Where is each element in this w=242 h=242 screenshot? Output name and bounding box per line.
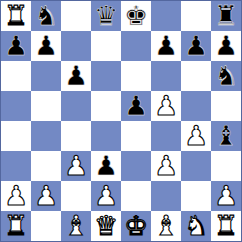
square-c4[interactable]: [61, 121, 91, 151]
square-b1[interactable]: [31, 211, 61, 241]
black-pawn-piece[interactable]: ♟: [34, 32, 58, 59]
square-a8[interactable]: ♜: [1, 1, 31, 31]
square-h7[interactable]: ♟: [211, 31, 241, 61]
square-e3[interactable]: [121, 151, 151, 181]
square-h4[interactable]: ♝: [211, 121, 241, 151]
square-a4[interactable]: [1, 121, 31, 151]
black-pawn-piece[interactable]: ♟: [154, 32, 178, 59]
square-d7[interactable]: [91, 31, 121, 61]
square-h3[interactable]: [211, 151, 241, 181]
square-f3[interactable]: ♟: [151, 151, 181, 181]
black-pawn-piece[interactable]: ♟: [214, 32, 238, 59]
black-bishop-piece[interactable]: ♝: [214, 122, 238, 149]
black-knight-piece[interactable]: ♞: [34, 2, 58, 29]
square-f5[interactable]: ♟: [151, 91, 181, 121]
square-g7[interactable]: ♟: [181, 31, 211, 61]
square-d4[interactable]: [91, 121, 121, 151]
square-b4[interactable]: [31, 121, 61, 151]
square-a1[interactable]: ♜: [1, 211, 31, 241]
white-pawn-piece[interactable]: ♟: [94, 182, 118, 209]
square-b6[interactable]: [31, 61, 61, 91]
square-d6[interactable]: [91, 61, 121, 91]
white-king-piece[interactable]: ♚: [124, 212, 148, 239]
white-rook-piece[interactable]: ♜: [4, 2, 28, 29]
square-d2[interactable]: ♟: [91, 181, 121, 211]
black-pawn-piece[interactable]: ♟: [94, 152, 118, 179]
square-c8[interactable]: [61, 1, 91, 31]
white-pawn-piece[interactable]: ♟: [64, 152, 88, 179]
black-knight-piece[interactable]: ♞: [214, 62, 238, 89]
square-c1[interactable]: ♝: [61, 211, 91, 241]
square-e4[interactable]: [121, 121, 151, 151]
white-knight-piece[interactable]: ♞: [184, 212, 208, 239]
square-a5[interactable]: [1, 91, 31, 121]
square-c6[interactable]: ♟: [61, 61, 91, 91]
white-bishop-piece[interactable]: ♝: [64, 212, 88, 239]
white-pawn-piece[interactable]: ♟: [154, 152, 178, 179]
square-d3[interactable]: ♟: [91, 151, 121, 181]
chess-board: ♜♞♛♚♜♟♟♟♟♟♟♞♟♟♟♝♟♟♟♟♟♟♟♜♝♛♚♝♞♜: [0, 0, 242, 242]
white-rook-piece[interactable]: ♜: [4, 212, 28, 239]
square-a7[interactable]: ♟: [1, 31, 31, 61]
white-pawn-piece[interactable]: ♟: [154, 92, 178, 119]
black-pawn-piece[interactable]: ♟: [184, 32, 208, 59]
square-f2[interactable]: [151, 181, 181, 211]
square-h8[interactable]: ♜: [211, 1, 241, 31]
black-king-piece[interactable]: ♚: [124, 2, 148, 29]
square-g6[interactable]: [181, 61, 211, 91]
square-h5[interactable]: [211, 91, 241, 121]
square-g4[interactable]: ♟: [181, 121, 211, 151]
square-a2[interactable]: ♟: [1, 181, 31, 211]
white-pawn-piece[interactable]: ♟: [34, 182, 58, 209]
square-g3[interactable]: [181, 151, 211, 181]
square-f7[interactable]: ♟: [151, 31, 181, 61]
square-b5[interactable]: [31, 91, 61, 121]
black-queen-piece[interactable]: ♛: [94, 2, 118, 29]
square-e5[interactable]: ♟: [121, 91, 151, 121]
square-g5[interactable]: [181, 91, 211, 121]
white-rook-piece[interactable]: ♜: [214, 212, 238, 239]
square-h1[interactable]: ♜: [211, 211, 241, 241]
square-b7[interactable]: ♟: [31, 31, 61, 61]
black-rook-piece[interactable]: ♜: [214, 2, 238, 29]
square-e2[interactable]: [121, 181, 151, 211]
black-pawn-piece[interactable]: ♟: [4, 32, 28, 59]
square-c5[interactable]: [61, 91, 91, 121]
square-e1[interactable]: ♚: [121, 211, 151, 241]
square-f6[interactable]: [151, 61, 181, 91]
square-d8[interactable]: ♛: [91, 1, 121, 31]
square-h2[interactable]: ♟: [211, 181, 241, 211]
square-c2[interactable]: [61, 181, 91, 211]
square-f1[interactable]: ♝: [151, 211, 181, 241]
black-pawn-piece[interactable]: ♟: [64, 62, 88, 89]
black-pawn-piece[interactable]: ♟: [124, 92, 148, 119]
square-b2[interactable]: ♟: [31, 181, 61, 211]
square-d1[interactable]: ♛: [91, 211, 121, 241]
square-h6[interactable]: ♞: [211, 61, 241, 91]
square-a6[interactable]: [1, 61, 31, 91]
square-c3[interactable]: ♟: [61, 151, 91, 181]
square-g2[interactable]: [181, 181, 211, 211]
square-f8[interactable]: [151, 1, 181, 31]
square-e8[interactable]: ♚: [121, 1, 151, 31]
square-d5[interactable]: [91, 91, 121, 121]
white-pawn-piece[interactable]: ♟: [184, 122, 208, 149]
square-a3[interactable]: [1, 151, 31, 181]
square-g8[interactable]: [181, 1, 211, 31]
square-c7[interactable]: [61, 31, 91, 61]
square-g1[interactable]: ♞: [181, 211, 211, 241]
white-queen-piece[interactable]: ♛: [94, 212, 118, 239]
square-e6[interactable]: [121, 61, 151, 91]
square-b3[interactable]: [31, 151, 61, 181]
white-pawn-piece[interactable]: ♟: [4, 182, 28, 209]
chess-board-container: ♜♞♛♚♜♟♟♟♟♟♟♞♟♟♟♝♟♟♟♟♟♟♟♜♝♛♚♝♞♜: [0, 0, 242, 242]
white-bishop-piece[interactable]: ♝: [154, 212, 178, 239]
square-e7[interactable]: [121, 31, 151, 61]
square-f4[interactable]: [151, 121, 181, 151]
square-b8[interactable]: ♞: [31, 1, 61, 31]
white-pawn-piece[interactable]: ♟: [214, 182, 238, 209]
